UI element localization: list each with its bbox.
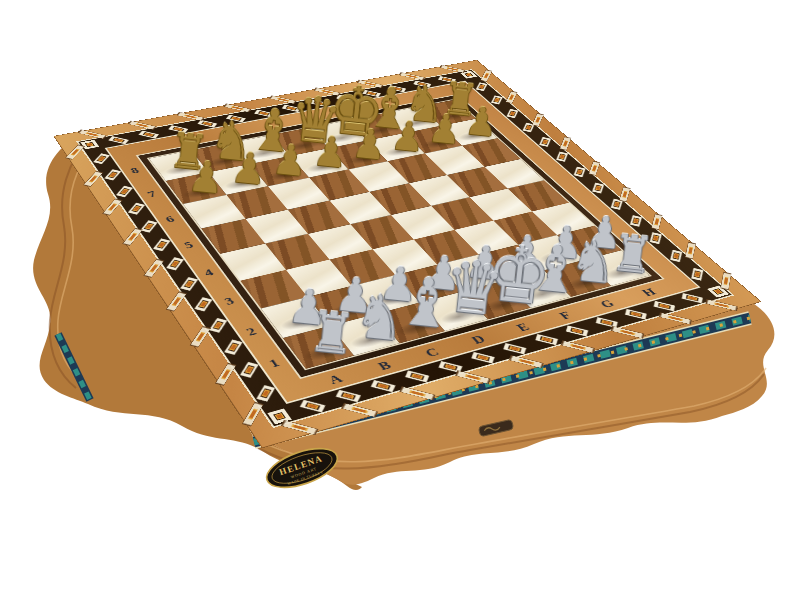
inlay-diamond <box>438 361 462 373</box>
outer-band-diamond <box>705 299 738 311</box>
file-label-h: H <box>639 286 658 297</box>
square-b5[interactable] <box>245 210 308 244</box>
outer-band-diamond <box>588 161 600 176</box>
outer-band-diamond <box>65 144 85 159</box>
inlay-diamond <box>539 137 551 147</box>
inlay-diamond <box>574 167 586 178</box>
piece-black-pawn[interactable]: ♟ <box>181 154 231 201</box>
inlay-diamond <box>116 186 133 198</box>
piece-white-rook[interactable]: ♜ <box>302 303 361 364</box>
inlay-diamond <box>595 317 617 328</box>
inlay-diamond <box>503 343 526 354</box>
inlay-diamond <box>565 325 587 336</box>
outer-band-diamond <box>122 228 143 246</box>
inlay-diamond <box>140 220 157 232</box>
inlay-diamond <box>691 268 703 281</box>
inlay-diamond <box>128 203 145 215</box>
inlay-diamond <box>153 239 170 252</box>
outer-band-diamond <box>659 312 692 324</box>
inlay-diamond <box>471 352 495 364</box>
outer-band-diamond <box>242 402 264 427</box>
inlay-diamond <box>108 136 129 144</box>
inlay-diamond <box>535 334 558 345</box>
inlay-diamond <box>370 380 395 392</box>
square-e6[interactable] <box>349 161 409 191</box>
outer-band-diamond <box>102 199 123 216</box>
inlay-diamond <box>653 301 674 311</box>
outer-band-diamond <box>341 403 378 418</box>
inlay-diamond <box>682 293 703 303</box>
mosaic-corner-motif <box>707 286 729 298</box>
rank-label-4: 4 <box>202 267 216 277</box>
inlay-diamond <box>209 318 227 333</box>
rank-label-7: 7 <box>146 190 159 199</box>
inlay-diamond <box>556 152 568 162</box>
rank-label-1: 1 <box>267 357 282 369</box>
outer-band-diamond <box>281 420 319 435</box>
inlay-diamond <box>93 153 110 164</box>
rank-label-8: 8 <box>129 166 141 175</box>
rank-label-3: 3 <box>222 296 236 307</box>
piece-black-pawn[interactable]: ♟ <box>224 145 274 192</box>
inlay-diamond <box>335 390 360 402</box>
file-label-a: A <box>326 372 345 386</box>
inlay-diamond <box>224 340 242 355</box>
inlay-diamond <box>166 257 184 270</box>
inlay-diamond <box>256 385 275 402</box>
file-label-g: G <box>597 298 616 310</box>
square-d6[interactable] <box>309 169 369 200</box>
outer-band-diamond <box>559 136 571 150</box>
rank-label-5: 5 <box>182 240 195 250</box>
rank-label-2: 2 <box>244 326 259 338</box>
outer-band-diamond <box>143 259 164 278</box>
inlay-diamond <box>592 182 604 193</box>
outer-band-diamond <box>399 386 436 400</box>
inlay-diamond <box>240 362 258 378</box>
inlay-diamond <box>299 400 324 413</box>
inlay-diamond <box>506 109 518 118</box>
outer-band-diamond <box>505 91 517 104</box>
file-label-d: D <box>469 333 488 345</box>
outer-band-diamond <box>509 355 544 369</box>
product-photo-scene: HELENA WOOD ART MADE IN TURKEY ♜♞♝♛♚♝♞♜♟… <box>0 0 800 600</box>
inlay-diamond <box>670 250 682 262</box>
inlay-diamond <box>405 370 429 382</box>
outer-band-diamond <box>532 113 544 127</box>
outer-band-diamond <box>215 363 237 386</box>
file-label-b: B <box>375 359 393 372</box>
file-label-f: F <box>556 310 573 321</box>
outer-band-diamond <box>611 326 645 339</box>
inlay-diamond <box>625 309 647 320</box>
square-a7[interactable]: ♟ <box>166 172 226 204</box>
rank-label-6: 6 <box>163 214 176 223</box>
outer-band-diamond <box>166 291 187 312</box>
file-label-e: E <box>514 321 532 333</box>
inlay-diamond <box>180 277 198 291</box>
outer-band-diamond <box>455 370 491 384</box>
file-label-c: C <box>422 346 441 359</box>
inlay-diamond <box>104 169 121 180</box>
inlay-diamond <box>138 130 158 138</box>
inlay-diamond <box>194 297 212 311</box>
square-c6[interactable] <box>268 178 329 210</box>
